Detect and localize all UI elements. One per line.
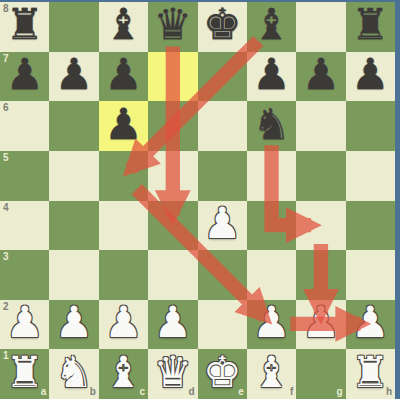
- square-f2[interactable]: ♟︎: [247, 300, 296, 350]
- white-rook[interactable]: ♜: [346, 347, 395, 397]
- square-c1[interactable]: c♝: [99, 349, 148, 399]
- square-g5[interactable]: [296, 151, 345, 201]
- square-e5[interactable]: [198, 151, 247, 201]
- square-d5[interactable]: [148, 151, 197, 201]
- white-pawn[interactable]: ♟︎: [346, 298, 395, 348]
- square-h4[interactable]: [346, 201, 395, 251]
- square-h6[interactable]: [346, 101, 395, 151]
- square-a2[interactable]: 2♟︎: [0, 300, 49, 350]
- square-e8[interactable]: ♚: [198, 2, 247, 52]
- white-pawn[interactable]: ♟︎: [148, 298, 197, 348]
- white-king[interactable]: ♚: [198, 347, 247, 397]
- square-g4[interactable]: [296, 201, 345, 251]
- square-c8[interactable]: ♝: [99, 2, 148, 52]
- square-c5[interactable]: [99, 151, 148, 201]
- square-b5[interactable]: [49, 151, 98, 201]
- rank-label-3: 3: [3, 252, 9, 262]
- chess-board[interactable]: 8♜♝♛♚♝♜7♟︎♟︎♟︎♟︎♟︎♟︎6♟︎♞54♟︎32♟︎♟︎♟︎♟︎♟︎…: [0, 2, 395, 399]
- square-f7[interactable]: ♟︎: [247, 52, 296, 102]
- square-c4[interactable]: [99, 201, 148, 251]
- rank-label-4: 4: [3, 203, 9, 213]
- white-rook[interactable]: ♜: [0, 347, 49, 397]
- square-c7[interactable]: ♟︎: [99, 52, 148, 102]
- white-pawn[interactable]: ♟︎: [49, 298, 98, 348]
- square-a1[interactable]: 1a♜: [0, 349, 49, 399]
- square-h7[interactable]: ♟︎: [346, 52, 395, 102]
- square-f8[interactable]: ♝: [247, 2, 296, 52]
- black-pawn[interactable]: ♟︎: [346, 50, 395, 100]
- square-b4[interactable]: [49, 201, 98, 251]
- white-pawn[interactable]: ♟︎: [296, 298, 345, 348]
- rank-label-5: 5: [3, 153, 9, 163]
- black-bishop[interactable]: ♝: [99, 0, 148, 50]
- square-h5[interactable]: [346, 151, 395, 201]
- square-b8[interactable]: [49, 2, 98, 52]
- square-h1[interactable]: h♜: [346, 349, 395, 399]
- square-a4[interactable]: 4: [0, 201, 49, 251]
- square-c6[interactable]: ♟︎: [99, 101, 148, 151]
- square-d7[interactable]: [148, 52, 197, 102]
- square-g8[interactable]: [296, 2, 345, 52]
- white-pawn[interactable]: ♟︎: [198, 199, 247, 249]
- square-d4[interactable]: [148, 201, 197, 251]
- black-pawn[interactable]: ♟︎: [0, 50, 49, 100]
- square-d6[interactable]: [148, 101, 197, 151]
- square-f3[interactable]: [247, 250, 296, 300]
- white-knight[interactable]: ♞: [49, 347, 98, 397]
- square-c2[interactable]: ♟︎: [99, 300, 148, 350]
- black-pawn[interactable]: ♟︎: [99, 99, 148, 149]
- black-pawn[interactable]: ♟︎: [99, 50, 148, 100]
- black-knight[interactable]: ♞: [247, 99, 296, 149]
- square-e7[interactable]: [198, 52, 247, 102]
- black-rook[interactable]: ♜: [346, 0, 395, 50]
- square-a6[interactable]: 6: [0, 101, 49, 151]
- square-d2[interactable]: ♟︎: [148, 300, 197, 350]
- white-bishop[interactable]: ♝: [247, 347, 296, 397]
- page-background: 8♜♝♛♚♝♜7♟︎♟︎♟︎♟︎♟︎♟︎6♟︎♞54♟︎32♟︎♟︎♟︎♟︎♟︎…: [0, 0, 400, 399]
- square-g6[interactable]: [296, 101, 345, 151]
- white-bishop[interactable]: ♝: [99, 347, 148, 397]
- square-f1[interactable]: f♝: [247, 349, 296, 399]
- square-a3[interactable]: 3: [0, 250, 49, 300]
- square-d3[interactable]: [148, 250, 197, 300]
- file-label-g: g: [337, 387, 343, 397]
- square-e4[interactable]: ♟︎: [198, 201, 247, 251]
- white-pawn[interactable]: ♟︎: [99, 298, 148, 348]
- white-pawn[interactable]: ♟︎: [247, 298, 296, 348]
- square-f6[interactable]: ♞: [247, 101, 296, 151]
- square-d8[interactable]: ♛: [148, 2, 197, 52]
- black-pawn[interactable]: ♟︎: [296, 50, 345, 100]
- square-f5[interactable]: [247, 151, 296, 201]
- square-f4[interactable]: [247, 201, 296, 251]
- square-b7[interactable]: ♟︎: [49, 52, 98, 102]
- square-e2[interactable]: [198, 300, 247, 350]
- square-g3[interactable]: [296, 250, 345, 300]
- square-e1[interactable]: e♚: [198, 349, 247, 399]
- black-bishop[interactable]: ♝: [247, 0, 296, 50]
- square-h8[interactable]: ♜: [346, 2, 395, 52]
- black-king[interactable]: ♚: [198, 0, 247, 50]
- black-pawn[interactable]: ♟︎: [49, 50, 98, 100]
- square-c3[interactable]: [99, 250, 148, 300]
- square-b1[interactable]: b♞: [49, 349, 98, 399]
- square-b3[interactable]: [49, 250, 98, 300]
- square-a8[interactable]: 8♜: [0, 2, 49, 52]
- black-rook[interactable]: ♜: [0, 0, 49, 50]
- black-pawn[interactable]: ♟︎: [247, 50, 296, 100]
- square-e3[interactable]: [198, 250, 247, 300]
- square-h3[interactable]: [346, 250, 395, 300]
- black-queen[interactable]: ♛: [148, 0, 197, 50]
- square-b2[interactable]: ♟︎: [49, 300, 98, 350]
- square-b6[interactable]: [49, 101, 98, 151]
- white-pawn[interactable]: ♟︎: [0, 298, 49, 348]
- square-g1[interactable]: g: [296, 349, 345, 399]
- square-h2[interactable]: ♟︎: [346, 300, 395, 350]
- square-a5[interactable]: 5: [0, 151, 49, 201]
- square-a7[interactable]: 7♟︎: [0, 52, 49, 102]
- white-queen[interactable]: ♛: [148, 347, 197, 397]
- rank-label-6: 6: [3, 103, 9, 113]
- square-g2[interactable]: ♟︎: [296, 300, 345, 350]
- square-d1[interactable]: d♛: [148, 349, 197, 399]
- square-e6[interactable]: [198, 101, 247, 151]
- square-g7[interactable]: ♟︎: [296, 52, 345, 102]
